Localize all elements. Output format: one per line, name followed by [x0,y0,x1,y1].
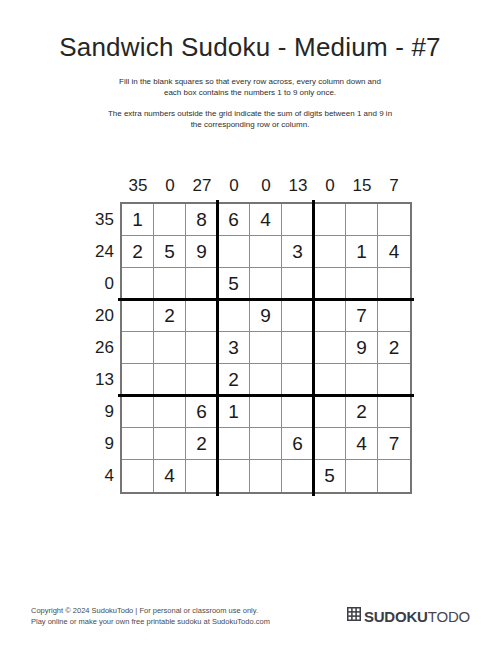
cell-r3c2 [154,268,186,300]
cell-r3c3 [186,268,218,300]
cell-r3c1 [122,268,154,300]
top-clue-col-4: 0 [218,176,250,196]
cell-r2c7 [314,236,346,268]
top-clue-col-2: 0 [154,176,186,196]
instructions-sandwich: The extra numbers outside the grid indic… [80,109,420,130]
board-corner-spacer [88,172,114,196]
cell-r7c3: 6 [186,396,218,428]
cell-r8c2 [154,428,186,460]
top-clue-col-3: 27 [186,176,218,196]
left-clue-row-8: 9 [88,428,114,460]
left-clue-row-4: 20 [88,300,114,332]
cell-r7c7 [314,396,346,428]
cell-r1c6 [282,204,314,236]
cell-r5c9: 2 [378,332,410,364]
cell-r6c6 [282,364,314,396]
cell-r8c7 [314,428,346,460]
cell-r4c5: 9 [250,300,282,332]
cell-r2c9: 4 [378,236,410,268]
cell-r1c1: 1 [122,204,154,236]
cell-r6c8 [346,364,378,396]
left-clues: 35240202613994 [88,202,114,494]
cell-r2c3: 9 [186,236,218,268]
page-title: Sandwich Sudoku - Medium - #7 [0,0,500,63]
cell-r4c3 [186,300,218,332]
cell-r6c2 [154,364,186,396]
cell-r5c3 [186,332,218,364]
cell-r4c8: 7 [346,300,378,332]
cell-r1c8 [346,204,378,236]
cell-r5c6 [282,332,314,364]
cell-r1c4: 6 [218,204,250,236]
cell-r3c6 [282,268,314,300]
logo-wordmark: SUDOKUTODO [364,608,470,625]
cell-r8c9: 7 [378,428,410,460]
instructions-rules-line2: each box contains the numbers 1 to 9 onl… [164,88,336,97]
cell-r9c6 [282,460,314,492]
footer: Copyright © 2024 SudokuTodo | For person… [31,605,470,627]
cell-r3c8 [346,268,378,300]
cell-r7c2 [154,396,186,428]
logo-wordmark-sudoku: SUDOKU [364,608,428,625]
cell-r4c1 [122,300,154,332]
cell-r4c2: 2 [154,300,186,332]
cell-r6c9 [378,364,410,396]
cell-r6c1 [122,364,154,396]
top-clue-col-9: 7 [378,176,410,196]
cell-r8c3: 2 [186,428,218,460]
top-clue-col-1: 35 [122,176,154,196]
cell-r6c7 [314,364,346,396]
cell-r9c7: 5 [314,460,346,492]
cell-r9c9 [378,460,410,492]
instructions-rules-line1: Fill in the blank squares so that every … [119,77,381,86]
cell-r9c3 [186,460,218,492]
cell-r3c9 [378,268,410,300]
box-divider-horizontal-2 [118,394,414,397]
cell-r7c1 [122,396,154,428]
box-divider-vertical-1 [216,200,219,496]
left-clue-row-7: 9 [88,396,114,428]
cell-r6c4: 2 [218,364,250,396]
cell-r7c8: 2 [346,396,378,428]
instructions-rules: Fill in the blank squares so that every … [80,77,420,98]
cell-r1c2 [154,204,186,236]
cell-r5c8: 9 [346,332,378,364]
cell-r8c5 [250,428,282,460]
instructions-sandwich-line2: the corresponding row or column. [191,120,310,129]
cell-r5c2 [154,332,186,364]
top-clue-col-6: 13 [282,176,314,196]
top-clues: 3502700130157 [120,172,412,196]
top-clue-col-7: 0 [314,176,346,196]
sudoku-grid: 186425931452973922612264745 [120,202,412,494]
left-clue-row-3: 0 [88,268,114,300]
cell-r2c5 [250,236,282,268]
page: Sandwich Sudoku - Medium - #7 Fill in th… [0,0,500,647]
left-clue-row-1: 35 [88,204,114,236]
logo-wordmark-todo: TODO [428,608,470,625]
cell-r5c4: 3 [218,332,250,364]
box-divider-vertical-2 [312,200,315,496]
cell-r5c1 [122,332,154,364]
cell-r2c1: 2 [122,236,154,268]
cell-r7c6 [282,396,314,428]
cell-r7c5 [250,396,282,428]
cell-r3c7 [314,268,346,300]
cell-r1c3: 8 [186,204,218,236]
footer-copyright: Copyright © 2024 SudokuTodo | For person… [31,605,270,616]
left-clue-row-9: 4 [88,460,114,492]
top-clue-col-5: 0 [250,176,282,196]
instructions-sandwich-line1: The extra numbers outside the grid indic… [108,109,392,118]
cell-r1c5: 4 [250,204,282,236]
cell-r3c4: 5 [218,268,250,300]
cell-r7c4: 1 [218,396,250,428]
footer-tagline: Play online or make your own free printa… [31,616,270,627]
sudokutodo-logo: SUDOKUTODO [347,607,470,625]
cell-r4c6 [282,300,314,332]
grid-logo-icon [347,607,361,625]
cell-r6c5 [250,364,282,396]
cell-r8c8: 4 [346,428,378,460]
cell-r2c2: 5 [154,236,186,268]
cell-r4c9 [378,300,410,332]
cell-r4c7 [314,300,346,332]
footer-text: Copyright © 2024 SudokuTodo | For person… [31,605,270,627]
cell-r9c1 [122,460,154,492]
top-clue-col-8: 15 [346,176,378,196]
cell-r9c5 [250,460,282,492]
cell-r5c7 [314,332,346,364]
cell-r2c8: 1 [346,236,378,268]
cell-r6c3 [186,364,218,396]
cell-r7c9 [378,396,410,428]
cell-r9c2: 4 [154,460,186,492]
cell-r2c4 [218,236,250,268]
box-divider-horizontal-1 [118,298,414,301]
left-clue-row-6: 13 [88,364,114,396]
cell-r1c9 [378,204,410,236]
cell-r2c6: 3 [282,236,314,268]
cell-r9c8 [346,460,378,492]
sudoku-board: 3502700130157 35240202613994 18642593145… [88,172,412,494]
left-clue-row-2: 24 [88,236,114,268]
cell-r9c4 [218,460,250,492]
cell-r4c4 [218,300,250,332]
cell-r8c4 [218,428,250,460]
cell-r5c5 [250,332,282,364]
cell-r1c7 [314,204,346,236]
cell-r8c1 [122,428,154,460]
cell-r8c6: 6 [282,428,314,460]
left-clue-row-5: 26 [88,332,114,364]
cell-r3c5 [250,268,282,300]
